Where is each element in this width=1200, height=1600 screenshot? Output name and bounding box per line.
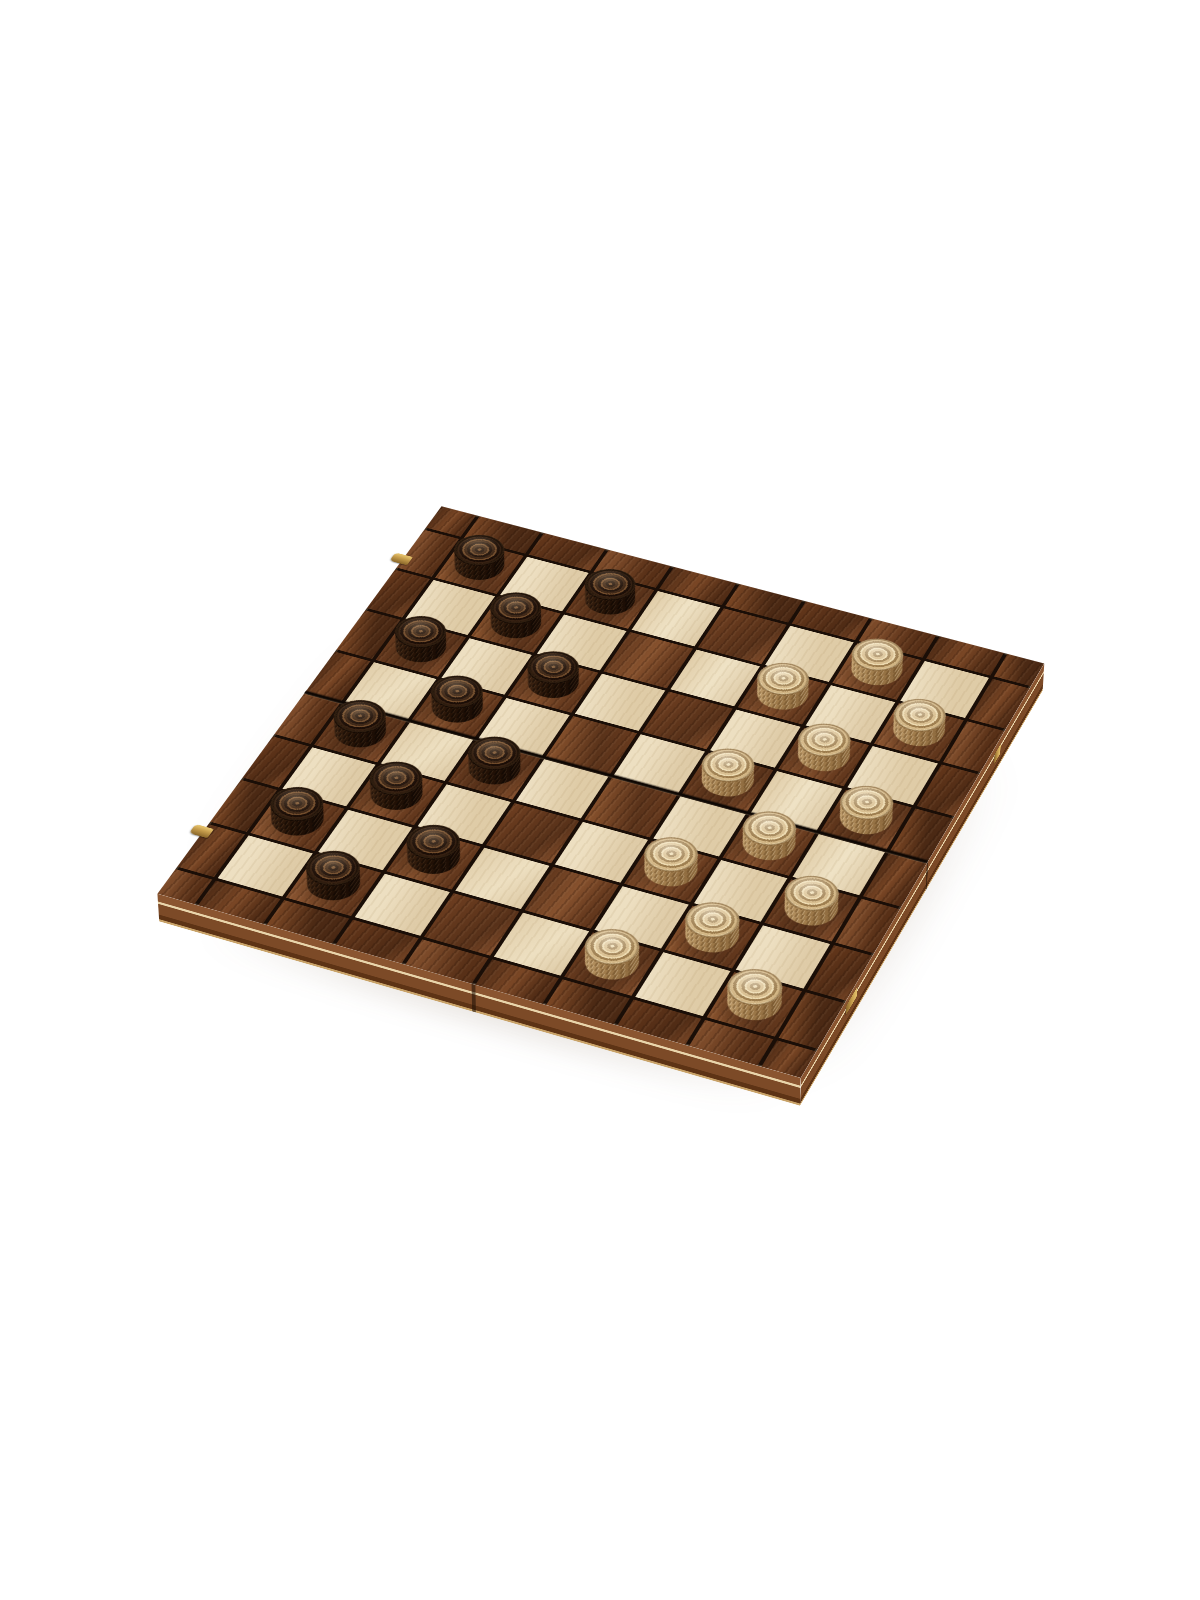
box-halves-seam <box>472 984 476 1013</box>
light-square <box>455 848 549 909</box>
light-square <box>355 874 450 936</box>
frame-cell <box>243 736 309 787</box>
dark-square <box>424 893 519 956</box>
checkers-board <box>157 506 1044 1078</box>
dark-square <box>486 803 579 863</box>
photo-background <box>0 0 1200 1600</box>
dark-square <box>525 867 619 929</box>
box-halves-seam <box>926 861 929 891</box>
